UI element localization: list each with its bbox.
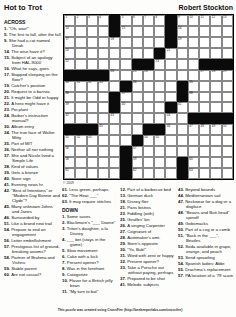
grid-cell[interactable] — [98, 157, 109, 168]
grid-cell[interactable] — [143, 92, 154, 103]
grid-cell[interactable] — [154, 157, 165, 168]
cell-number: 62 — [133, 169, 136, 173]
clue-item: 48. "Beavis and Butt-head" spinoff — [178, 210, 234, 220]
grid-cell[interactable]: 39 — [64, 102, 75, 113]
clue-item: 38. Kind of values — [4, 164, 61, 169]
grid-cell[interactable] — [177, 59, 188, 70]
clue-text: Automaker's amt. — [127, 235, 160, 240]
grid-cell[interactable] — [210, 102, 221, 113]
grid-cell[interactable] — [165, 59, 176, 70]
grid-cell[interactable] — [165, 92, 176, 103]
cell-number: 49 — [212, 125, 215, 129]
grid-cell[interactable] — [165, 81, 176, 92]
grid-cell[interactable]: 33 — [98, 81, 109, 92]
grid-cell[interactable] — [210, 135, 221, 146]
grid-cell[interactable]: 61 — [64, 168, 75, 179]
clue-text: She had a cat named Dinah — [9, 38, 50, 48]
grid-cell[interactable]: 58 — [64, 157, 75, 168]
black-cell — [87, 70, 98, 81]
grid-cell[interactable]: 49 — [210, 124, 221, 135]
grid-cell[interactable]: 55 — [154, 135, 165, 146]
grid-cell[interactable]: 43 — [109, 113, 120, 124]
black-cell — [177, 168, 188, 179]
grid-cell[interactable]: 3 — [87, 15, 98, 26]
grid-cell[interactable] — [177, 135, 188, 146]
cell-number: 28 — [212, 70, 215, 74]
clue-text: Prestigious list of ground-breaking axio… — [11, 244, 59, 254]
grid-cell[interactable] — [75, 113, 86, 124]
clue-item: 9. She had a cat named Dinah — [4, 38, 61, 48]
grid-cell[interactable] — [177, 113, 188, 124]
grid-cell[interactable] — [143, 102, 154, 113]
grid-cell[interactable] — [210, 92, 221, 103]
grid-cell[interactable] — [199, 135, 210, 146]
grid-cell[interactable] — [165, 157, 176, 168]
grid-cell[interactable] — [120, 113, 131, 124]
grid-cell[interactable] — [210, 81, 221, 92]
clue-text: A hero might have it — [11, 101, 49, 106]
down-clue-column-2: 43. Beyond bounds44. Mediterranean sail4… — [178, 187, 234, 309]
grid-cell[interactable] — [98, 146, 109, 157]
cell-number: 44 — [167, 114, 170, 118]
clue-item: 5. Slow movement — [62, 248, 117, 253]
grid-cell[interactable]: 8 — [154, 15, 165, 26]
grid-cell[interactable]: 21 — [165, 48, 176, 59]
clue-item: 50. Part of a cog or a comb — [178, 227, 234, 232]
black-cell — [222, 113, 233, 124]
grid-cell[interactable]: 7 — [143, 15, 154, 26]
clue-item: 9. Categorize — [62, 272, 117, 277]
grid-cell[interactable] — [222, 81, 233, 92]
grid-cell[interactable]: 2 — [75, 15, 86, 26]
grid-cell[interactable] — [75, 102, 86, 113]
black-cell — [120, 146, 131, 157]
grid-cell[interactable]: 19 — [177, 37, 188, 48]
grid-cell[interactable]: 29 — [222, 70, 233, 81]
cell-number: 1 — [65, 16, 67, 20]
grid-cell[interactable] — [154, 168, 165, 179]
clue-text: Prepared to be shot — [127, 276, 165, 281]
clue-item: 54. Prepare to end an engagement — [4, 227, 61, 237]
grid-cell[interactable] — [154, 70, 165, 81]
grid-cell[interactable] — [98, 135, 109, 146]
grid-cell[interactable]: 34 — [132, 81, 143, 92]
grid-cell[interactable] — [98, 102, 109, 113]
cell-number: 39 — [65, 103, 68, 107]
cell-number: 16 — [178, 27, 181, 31]
grid-cell[interactable] — [87, 113, 98, 124]
cell-number: 51 — [65, 136, 68, 140]
clue-text: "The Heat ___" — [69, 193, 98, 198]
cell-number: 33 — [99, 81, 102, 85]
grid-cell[interactable] — [199, 37, 210, 48]
grid-cell[interactable] — [210, 26, 221, 37]
cell-number: 50 — [223, 125, 226, 129]
grid-cell[interactable] — [143, 157, 154, 168]
clue-item: 41. Melodic subjects — [120, 282, 175, 287]
grid-cell[interactable] — [154, 146, 165, 157]
grid-cell[interactable] — [143, 37, 154, 48]
clue-text: Some saves — [67, 214, 91, 219]
grid-cell[interactable]: 14 — [64, 26, 75, 37]
clue-text: Album entry — [11, 124, 34, 129]
grid-cell[interactable] — [120, 70, 131, 81]
grid-cell[interactable]: 6 — [132, 15, 143, 26]
grid-cell[interactable] — [165, 135, 176, 146]
black-cell — [98, 70, 109, 81]
cell-number: 61 — [65, 169, 68, 173]
clue-item: 21. It might be Odd or happy — [4, 95, 61, 100]
clue-text: Barber's instruction manual? — [11, 113, 48, 123]
cell-number: 7 — [144, 16, 146, 20]
black-cell — [154, 48, 165, 59]
grid-cell[interactable] — [143, 48, 154, 59]
cell-number: 2 — [77, 16, 79, 20]
grid-cell[interactable] — [87, 48, 98, 59]
grid-cell[interactable]: 1 — [64, 15, 75, 26]
grid-cell[interactable] — [165, 146, 176, 157]
grid-cell[interactable]: 4 — [98, 15, 109, 26]
grid-cell[interactable]: 37 — [120, 92, 131, 103]
cell-number: 42 — [65, 114, 68, 118]
puzzle-title: Hot to Trot — [4, 3, 42, 12]
clue-item: 52. Soda available in grape, orange, and… — [178, 244, 234, 254]
grid-cell[interactable] — [143, 168, 154, 179]
grid-cell[interactable] — [222, 135, 233, 146]
grid-cell[interactable] — [87, 37, 98, 48]
grid-cell[interactable] — [199, 26, 210, 37]
clue-item: 49. Gobsmacks — [178, 221, 234, 226]
clue-item: 21. Paris bistros — [120, 205, 175, 210]
grid-cell[interactable] — [222, 168, 233, 179]
grid-cell[interactable] — [188, 48, 199, 59]
cell-number: 5 — [122, 16, 124, 20]
grid-cell[interactable]: 51 — [64, 135, 75, 146]
grid-cell[interactable] — [199, 146, 210, 157]
grid-cell[interactable]: 18 — [109, 37, 120, 48]
black-cell — [199, 59, 210, 70]
grid-cell[interactable] — [87, 59, 98, 70]
grid-cell[interactable] — [210, 48, 221, 59]
clue-text: "Yo, Bub!" — [127, 247, 146, 252]
grid-cell[interactable] — [98, 59, 109, 70]
grid-cell[interactable] — [75, 168, 86, 179]
grid-cell[interactable]: 16 — [177, 26, 188, 37]
clue-item: 43. Beyond bounds — [178, 187, 234, 192]
cell-number: 57 — [133, 147, 136, 151]
clue-item: 24. Barber's instruction manual? — [4, 113, 61, 123]
grid-cell[interactable] — [199, 48, 210, 59]
clue-item: 13. German duck — [120, 193, 175, 198]
grid-cell[interactable] — [177, 146, 188, 157]
grid-cell[interactable] — [75, 59, 86, 70]
grid-cell[interactable] — [222, 157, 233, 168]
cell-number: 41 — [178, 103, 181, 107]
grid-cell[interactable] — [222, 146, 233, 157]
clue-item: 8. Was in the forefront — [62, 266, 117, 271]
grid-cell[interactable] — [210, 168, 221, 179]
grid-cell[interactable] — [98, 113, 109, 124]
grid-cell[interactable]: 38 — [188, 92, 199, 103]
grid-cell[interactable] — [132, 37, 143, 48]
clue-item: 47. Neckwear for a dog or a dogface — [178, 199, 234, 209]
grid-cell[interactable]: 26 — [143, 70, 154, 81]
grid-cell[interactable] — [87, 92, 98, 103]
clue-text: Present opener? — [67, 260, 99, 265]
grid-cell[interactable] — [109, 81, 120, 92]
grid-cell[interactable]: 31 — [75, 81, 86, 92]
grid-cell[interactable] — [143, 81, 154, 92]
black-cell — [199, 113, 210, 124]
clue-text: She and Nicole lived a Simple Life — [11, 153, 54, 163]
clue-item: 2. Blackmore's "___ Doone" — [62, 220, 117, 225]
clue-text: Present opener? — [127, 259, 159, 264]
grid-cell[interactable] — [109, 135, 120, 146]
grid-cell[interactable] — [132, 124, 143, 135]
grid-cell[interactable]: 63 — [188, 168, 199, 179]
grid-cell[interactable]: 5 — [120, 15, 131, 26]
grid-cell[interactable] — [188, 59, 199, 70]
grid-cell[interactable] — [165, 168, 176, 179]
grid-cell[interactable] — [98, 168, 109, 179]
grid-cell[interactable] — [87, 146, 98, 157]
grid-cell[interactable] — [75, 37, 86, 48]
clue-text: Less green, perhaps — [69, 187, 108, 192]
grid-cell[interactable] — [199, 92, 210, 103]
cell-number: 52 — [77, 136, 80, 140]
clue-item: 19. Catcher's position — [4, 83, 61, 88]
grid-cell[interactable] — [132, 113, 143, 124]
grid-cell[interactable]: 15 — [120, 26, 131, 37]
grid-cell[interactable] — [143, 26, 154, 37]
clue-item: 20. Request to a barista — [4, 89, 61, 94]
grid-cell[interactable] — [222, 92, 233, 103]
grid-cell[interactable] — [87, 168, 98, 179]
grid-cell[interactable]: 57 — [132, 146, 143, 157]
across-clues-continued: 61. Less green, perhaps62. "The Heat ___… — [62, 187, 117, 204]
clue-item: 39. Gets a bronze — [4, 170, 61, 175]
grid-cell[interactable]: 40 — [120, 102, 131, 113]
black-cell — [75, 124, 86, 135]
grid-cell[interactable] — [87, 102, 98, 113]
grid-cell[interactable] — [120, 135, 131, 146]
cell-number: 30 — [65, 81, 68, 85]
grid-cell[interactable]: 46 — [165, 124, 176, 135]
cell-number: 17 — [65, 38, 68, 42]
grid-cell[interactable] — [154, 26, 165, 37]
grid-cell[interactable] — [154, 37, 165, 48]
cell-number: 11 — [201, 16, 204, 20]
grid-cell[interactable] — [222, 26, 233, 37]
grid-cell[interactable] — [109, 59, 120, 70]
grid-cell[interactable] — [154, 92, 165, 103]
clue-item: 27. Cognizant of — [120, 229, 175, 234]
cell-number: 59 — [133, 158, 136, 162]
clue-item: 45. Many unknown Johns and Janes — [4, 204, 61, 214]
grid-cell[interactable] — [165, 70, 176, 81]
grid-cell[interactable]: 13 — [222, 15, 233, 26]
grid-cell[interactable] — [120, 37, 131, 48]
cell-number: 14 — [65, 27, 68, 31]
cell-number: 43 — [110, 114, 113, 118]
grid-cell[interactable] — [143, 113, 154, 124]
grid-cell[interactable] — [120, 124, 131, 135]
grid-cell[interactable]: 11 — [199, 15, 210, 26]
grid-cell[interactable] — [98, 37, 109, 48]
grid-cell[interactable]: 10 — [188, 15, 199, 26]
clue-item: 30. "Yo, Bub!" — [120, 247, 175, 252]
grid-cell[interactable]: 42 — [64, 113, 75, 124]
clue-column-2: 61. Less green, perhaps62. "The Heat ___… — [62, 187, 117, 309]
black-cell — [165, 102, 176, 113]
grid-cell[interactable]: 35 — [188, 81, 199, 92]
cell-number: 46 — [167, 125, 170, 129]
grid-cell[interactable] — [143, 146, 154, 157]
grid-cell[interactable] — [188, 26, 199, 37]
grid-cell[interactable] — [120, 59, 131, 70]
cell-number: 13 — [223, 16, 226, 20]
grid-cell[interactable] — [87, 157, 98, 168]
grid-cell[interactable] — [132, 26, 143, 37]
grid-cell[interactable] — [177, 124, 188, 135]
grid-cell[interactable]: 47 — [188, 124, 199, 135]
grid-cell[interactable] — [210, 146, 221, 157]
grid-cell[interactable]: 60 — [188, 157, 199, 168]
grid-cell[interactable]: 56 — [64, 146, 75, 157]
black-cell — [132, 59, 143, 70]
grid-cell[interactable] — [177, 70, 188, 81]
clue-item: 57. Prestigious list of ground-breaking … — [4, 244, 61, 254]
grid-cell[interactable]: 44 — [165, 113, 176, 124]
grid-cell[interactable] — [188, 70, 199, 81]
clue-text: Paris bistros — [127, 205, 151, 210]
grid-cell[interactable] — [75, 92, 86, 103]
crossword-grid: 1234567891011121314151617181920212223242… — [63, 14, 234, 180]
grid-cell[interactable] — [75, 48, 86, 59]
black-cell — [222, 59, 233, 70]
grid-cell[interactable]: 50 — [222, 124, 233, 135]
clue-text: Blackmore's "___ Doone" — [67, 220, 116, 225]
clue-item: 51. "Back in the ___", Beatles — [178, 233, 234, 243]
grid-cell[interactable]: 62 — [132, 168, 143, 179]
grid-cell[interactable]: 41 — [177, 102, 188, 113]
clue-item: 46. Surrounded by — [4, 215, 61, 220]
grid-cell[interactable]: 20 — [64, 48, 75, 59]
black-cell — [120, 168, 131, 179]
grid-cell[interactable] — [222, 48, 233, 59]
grid-cell[interactable] — [75, 26, 86, 37]
grid-cell[interactable] — [75, 157, 86, 168]
clue-item: 57. PA location of a '79 scare — [178, 273, 234, 278]
grid-cell[interactable]: 27 — [199, 70, 210, 81]
grid-cell[interactable] — [177, 48, 188, 59]
clue-item: 60. Are not casual? — [4, 272, 61, 277]
grid-cell[interactable]: 30 — [64, 81, 75, 92]
clue-item: 56. Letter embellishment — [4, 238, 61, 243]
grid-cell[interactable] — [188, 37, 199, 48]
grid-cell[interactable] — [132, 102, 143, 113]
clue-item: 37. Prepared to be shot — [120, 276, 175, 281]
grid-cell[interactable] — [98, 48, 109, 59]
clue-item: 44. Mediterranean sail — [178, 193, 234, 198]
clue-item: 6. Cake with a kick — [62, 254, 117, 259]
clue-item: 26. A singing Carpenter — [120, 223, 175, 228]
grid-cell[interactable] — [199, 102, 210, 113]
grid-cell[interactable]: 52 — [75, 135, 86, 146]
grid-cell[interactable] — [109, 48, 120, 59]
copyright-notice: © 2009 — [63, 181, 74, 185]
grid-cell[interactable] — [109, 124, 120, 135]
grid-cell[interactable] — [75, 146, 86, 157]
grid-cell[interactable]: 12 — [210, 15, 221, 26]
clue-item: 16. What he says, goes — [4, 66, 61, 71]
grid-cell[interactable]: 53 — [87, 135, 98, 146]
clue-item: 18. Disney flier — [120, 199, 175, 204]
grid-cell[interactable]: 28 — [210, 70, 221, 81]
grid-cell[interactable] — [87, 26, 98, 37]
grid-cell[interactable] — [222, 37, 233, 48]
grid-cell[interactable] — [120, 48, 131, 59]
grid-cell[interactable] — [154, 113, 165, 124]
grid-cell[interactable] — [188, 146, 199, 157]
grid-cell[interactable] — [222, 102, 233, 113]
clue-item: 36. Neither all nor nothing — [4, 147, 61, 152]
across-header: ACROSS — [4, 19, 25, 25]
grid-cell[interactable] — [109, 168, 120, 179]
clue-text: Triton's daughter, a la Disney — [67, 226, 108, 236]
grid-cell[interactable]: 22 — [64, 59, 75, 70]
black-cell — [120, 157, 131, 168]
grid-cell[interactable] — [132, 48, 143, 59]
grid-cell[interactable]: 23 — [154, 59, 165, 70]
clue-text: Gobsmacks — [185, 221, 208, 226]
grid-cell[interactable] — [188, 135, 199, 146]
grid-cell[interactable] — [210, 37, 221, 48]
grid-cell[interactable]: 36 — [64, 92, 75, 103]
grid-cell[interactable] — [199, 168, 210, 179]
grid-cell[interactable]: 32 — [87, 81, 98, 92]
grid-cell[interactable] — [98, 92, 109, 103]
grid-cell[interactable] — [98, 26, 109, 37]
grid-cell[interactable]: 59 — [132, 157, 143, 168]
clue-text: ___ bet (stays in the game) — [67, 237, 106, 247]
grid-cell[interactable] — [109, 146, 120, 157]
grid-cell[interactable]: 48 — [199, 124, 210, 135]
grid-cell[interactable]: 25 — [132, 70, 143, 81]
grid-cell[interactable]: 54 — [143, 135, 154, 146]
clue-text: Was in the forefront — [67, 266, 104, 271]
grid-cell[interactable] — [199, 81, 210, 92]
down-clues-start: 1. Some saves2. Blackmore's "___ Doone"3… — [62, 214, 117, 294]
cell-number: 15 — [122, 27, 125, 31]
clue-text: "Beavis and Butt-head" spinoff — [185, 210, 229, 220]
black-cell — [109, 102, 120, 113]
grid-cell[interactable]: 24 — [109, 70, 120, 81]
grid-cell[interactable] — [210, 157, 221, 168]
grid-cell[interactable] — [154, 102, 165, 113]
grid-cell[interactable]: 9 — [177, 15, 188, 26]
clue-item: 23. Poi plant — [4, 107, 61, 112]
cell-number: 3 — [88, 16, 90, 20]
black-cell — [210, 59, 221, 70]
grid-cell[interactable]: 17 — [64, 37, 75, 48]
grid-cell[interactable] — [199, 157, 210, 168]
grid-cell[interactable] — [132, 92, 143, 103]
grid-cell[interactable] — [154, 81, 165, 92]
grid-cell[interactable] — [188, 102, 199, 113]
grid-cell[interactable]: 45 — [98, 124, 109, 135]
grid-cell[interactable] — [109, 157, 120, 168]
